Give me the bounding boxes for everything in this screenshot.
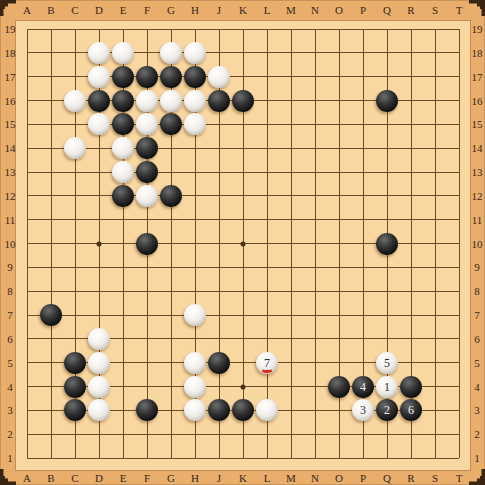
black-stone-O4[interactable] — [328, 376, 350, 398]
white-stone-D18[interactable] — [88, 42, 110, 64]
row-label-left-4: 4 — [7, 381, 13, 392]
white-stone-G18[interactable] — [160, 42, 182, 64]
row-label-right-5: 5 — [474, 357, 480, 368]
white-stone-H3[interactable] — [184, 399, 206, 421]
row-label-right-6: 6 — [474, 333, 480, 344]
black-stone-F10[interactable] — [136, 233, 158, 255]
white-stone-H15[interactable] — [184, 113, 206, 135]
row-label-right-4: 4 — [474, 381, 480, 392]
row-label-left-2: 2 — [7, 429, 13, 440]
white-stone-F15[interactable] — [136, 113, 158, 135]
black-stone-E16[interactable] — [112, 90, 134, 112]
row-label-right-15: 15 — [472, 119, 483, 130]
white-stone-H7[interactable] — [184, 304, 206, 326]
move-number-6: 6 — [408, 404, 414, 416]
row-label-right-13: 13 — [472, 167, 483, 178]
white-stone-Q4[interactable]: 1 — [376, 376, 398, 398]
row-label-left-17: 17 — [5, 71, 16, 82]
col-label-bottom-P: P — [360, 473, 366, 484]
row-label-right-18: 18 — [472, 47, 483, 58]
row-label-left-14: 14 — [5, 143, 16, 154]
white-stone-H4[interactable] — [184, 376, 206, 398]
col-label-top-S: S — [432, 5, 438, 16]
white-stone-D6[interactable] — [88, 328, 110, 350]
row-label-left-8: 8 — [7, 286, 13, 297]
row-label-right-16: 16 — [472, 95, 483, 106]
col-label-bottom-R: R — [407, 473, 414, 484]
board-frame: ABCDEFGHJKLMNOPQRST ABCDEFGHJKLMNOPQRST … — [0, 0, 485, 485]
row-label-left-15: 15 — [5, 119, 16, 130]
row-label-right-17: 17 — [472, 71, 483, 82]
row-label-left-5: 5 — [7, 357, 13, 368]
row-label-right-10: 10 — [472, 238, 483, 249]
black-stone-G12[interactable] — [160, 185, 182, 207]
row-label-right-19: 19 — [472, 24, 483, 35]
black-stone-F13[interactable] — [136, 161, 158, 183]
move-number-3: 3 — [360, 404, 366, 416]
black-stone-F17[interactable] — [136, 66, 158, 88]
star-point-D10 — [97, 241, 102, 246]
col-label-top-B: B — [47, 5, 54, 16]
black-stone-B7[interactable] — [40, 304, 62, 326]
row-label-left-9: 9 — [7, 262, 13, 273]
col-label-bottom-F: F — [144, 473, 150, 484]
black-stone-J5[interactable] — [208, 352, 230, 374]
row-label-left-16: 16 — [5, 95, 16, 106]
col-label-bottom-T: T — [456, 473, 463, 484]
black-stone-H17[interactable] — [184, 66, 206, 88]
white-stone-D3[interactable] — [88, 399, 110, 421]
col-label-top-L: L — [264, 5, 271, 16]
row-label-right-14: 14 — [472, 143, 483, 154]
col-label-bottom-D: D — [95, 473, 103, 484]
go-app: ABCDEFGHJKLMNOPQRST ABCDEFGHJKLMNOPQRST … — [0, 0, 485, 485]
white-stone-H5[interactable] — [184, 352, 206, 374]
col-label-top-J: J — [217, 5, 221, 16]
black-stone-E12[interactable] — [112, 185, 134, 207]
row-label-left-10: 10 — [5, 238, 16, 249]
row-label-left-6: 6 — [7, 333, 13, 344]
col-label-bottom-J: J — [217, 473, 221, 484]
white-stone-D4[interactable] — [88, 376, 110, 398]
col-label-top-R: R — [407, 5, 414, 16]
col-label-top-C: C — [71, 5, 78, 16]
white-stone-H16[interactable] — [184, 90, 206, 112]
corner-ornament-top-left — [0, 0, 17, 17]
black-stone-C5[interactable] — [64, 352, 86, 374]
black-stone-Q3[interactable]: 2 — [376, 399, 398, 421]
white-stone-E13[interactable] — [112, 161, 134, 183]
col-label-bottom-H: H — [191, 473, 199, 484]
white-stone-D5[interactable] — [88, 352, 110, 374]
corner-ornament-bottom-right — [468, 468, 485, 485]
white-stone-C14[interactable] — [64, 137, 86, 159]
move-number-1: 1 — [384, 381, 390, 393]
col-label-bottom-L: L — [264, 473, 271, 484]
star-point-K4 — [241, 384, 246, 389]
move-number-5: 5 — [384, 357, 390, 369]
black-stone-Q10[interactable] — [376, 233, 398, 255]
col-label-bottom-K: K — [239, 473, 247, 484]
black-stone-G15[interactable] — [160, 113, 182, 135]
row-label-left-13: 13 — [5, 167, 16, 178]
black-stone-R3[interactable]: 6 — [400, 399, 422, 421]
col-label-top-T: T — [456, 5, 463, 16]
col-label-top-K: K — [239, 5, 247, 16]
col-label-top-F: F — [144, 5, 150, 16]
move-number-4: 4 — [360, 381, 366, 393]
white-stone-D15[interactable] — [88, 113, 110, 135]
col-label-bottom-C: C — [71, 473, 78, 484]
white-stone-Q5[interactable]: 5 — [376, 352, 398, 374]
black-stone-F3[interactable] — [136, 399, 158, 421]
corner-ornament-top-right — [468, 0, 485, 17]
row-label-left-12: 12 — [5, 190, 16, 201]
col-label-bottom-N: N — [311, 473, 319, 484]
white-stone-L5[interactable]: 7 — [256, 352, 278, 374]
col-label-bottom-G: G — [167, 473, 175, 484]
row-label-right-8: 8 — [474, 286, 480, 297]
col-label-bottom-A: A — [23, 473, 31, 484]
black-stone-J3[interactable] — [208, 399, 230, 421]
black-stone-K3[interactable] — [232, 399, 254, 421]
row-label-left-19: 19 — [5, 24, 16, 35]
black-stone-K16[interactable] — [232, 90, 254, 112]
row-label-left-18: 18 — [5, 47, 16, 58]
black-stone-D16[interactable] — [88, 90, 110, 112]
corner-ornament-bottom-left — [0, 468, 17, 485]
col-label-bottom-O: O — [335, 473, 343, 484]
row-label-right-11: 11 — [472, 214, 483, 225]
col-label-top-A: A — [23, 5, 31, 16]
white-stone-D17[interactable] — [88, 66, 110, 88]
row-label-right-9: 9 — [474, 262, 480, 273]
col-label-top-H: H — [191, 5, 199, 16]
col-label-top-G: G — [167, 5, 175, 16]
move-number-7: 7 — [264, 357, 270, 369]
move-number-2: 2 — [384, 404, 390, 416]
black-stone-G17[interactable] — [160, 66, 182, 88]
black-stone-C4[interactable] — [64, 376, 86, 398]
black-stone-Q16[interactable] — [376, 90, 398, 112]
col-label-bottom-S: S — [432, 473, 438, 484]
star-point-K10 — [241, 241, 246, 246]
white-stone-E14[interactable] — [112, 137, 134, 159]
row-label-right-2: 2 — [474, 429, 480, 440]
white-stone-H18[interactable] — [184, 42, 206, 64]
col-label-top-E: E — [120, 5, 127, 16]
row-label-left-1: 1 — [7, 453, 13, 464]
white-stone-F16[interactable] — [136, 90, 158, 112]
col-label-bottom-M: M — [286, 473, 296, 484]
col-label-bottom-Q: Q — [383, 473, 391, 484]
white-stone-L3[interactable] — [256, 399, 278, 421]
black-stone-R4[interactable] — [400, 376, 422, 398]
white-stone-C16[interactable] — [64, 90, 86, 112]
col-label-bottom-E: E — [120, 473, 127, 484]
col-label-top-M: M — [286, 5, 296, 16]
col-label-top-O: O — [335, 5, 343, 16]
col-label-top-Q: Q — [383, 5, 391, 16]
goban[interactable]: 7541326 — [16, 21, 470, 470]
col-label-top-N: N — [311, 5, 319, 16]
black-stone-C3[interactable] — [64, 399, 86, 421]
white-stone-P3[interactable]: 3 — [352, 399, 374, 421]
white-stone-F12[interactable] — [136, 185, 158, 207]
row-label-left-3: 3 — [7, 405, 13, 416]
col-label-bottom-B: B — [47, 473, 54, 484]
white-stone-E18[interactable] — [112, 42, 134, 64]
white-stone-J17[interactable] — [208, 66, 230, 88]
black-stone-J16[interactable] — [208, 90, 230, 112]
black-stone-F14[interactable] — [136, 137, 158, 159]
black-stone-P4[interactable]: 4 — [352, 376, 374, 398]
row-label-right-12: 12 — [472, 190, 483, 201]
row-label-left-7: 7 — [7, 310, 13, 321]
black-stone-E17[interactable] — [112, 66, 134, 88]
row-label-right-3: 3 — [474, 405, 480, 416]
col-label-top-D: D — [95, 5, 103, 16]
row-label-left-11: 11 — [5, 214, 16, 225]
col-label-top-P: P — [360, 5, 366, 16]
white-stone-G16[interactable] — [160, 90, 182, 112]
row-label-right-7: 7 — [474, 310, 480, 321]
black-stone-E15[interactable] — [112, 113, 134, 135]
row-label-right-1: 1 — [474, 453, 480, 464]
